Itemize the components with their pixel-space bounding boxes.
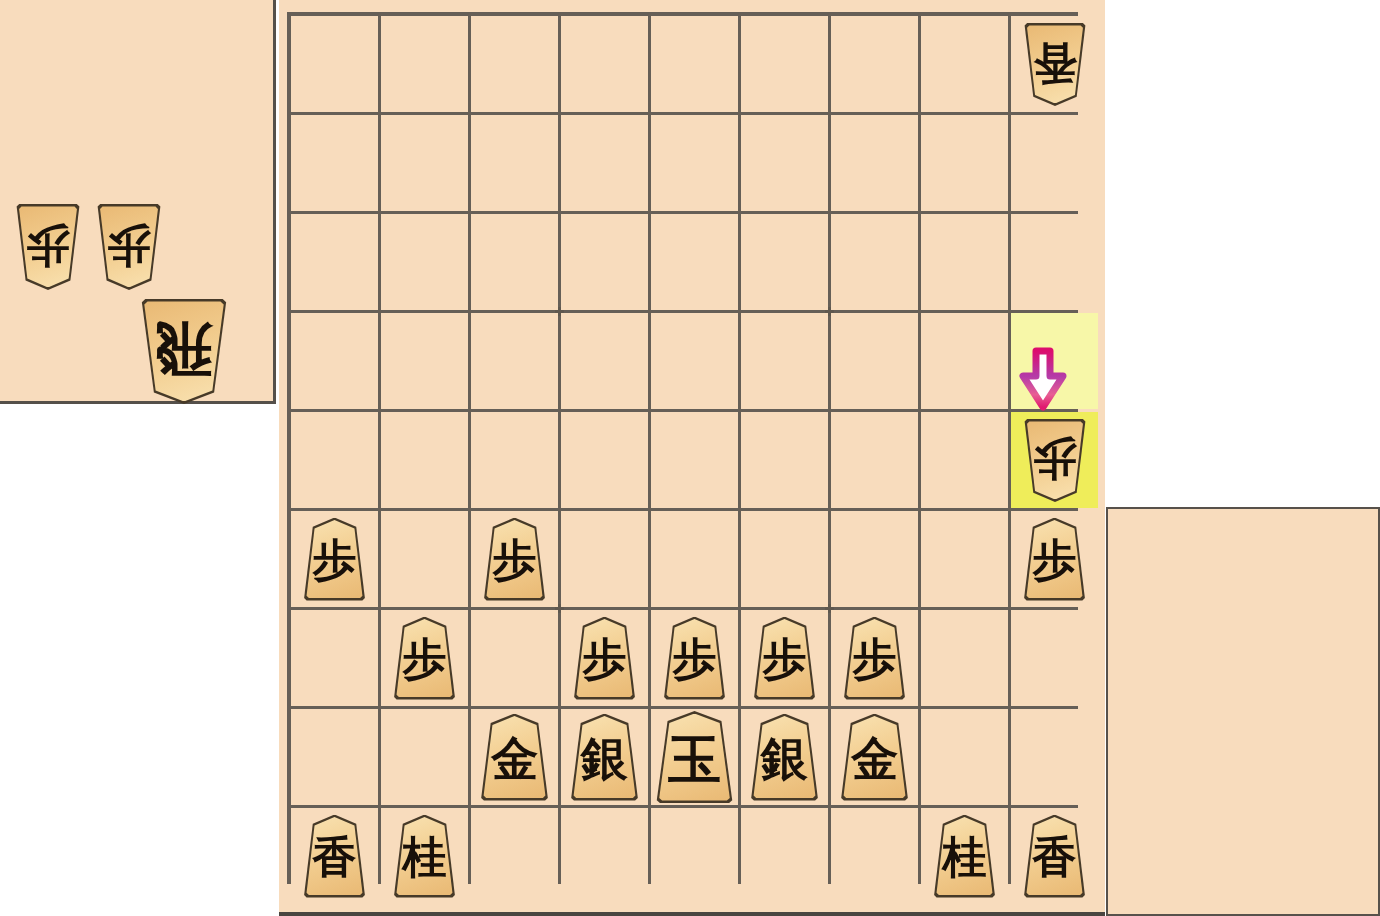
square-6g[interactable]: 歩 (561, 610, 648, 706)
hand-piece-pawn-gote[interactable]: 歩 (16, 204, 80, 290)
piece-face: 歩 (666, 619, 723, 697)
square-2d[interactable] (921, 313, 1008, 409)
piece-face: 歩 (846, 619, 903, 697)
piece-face: 玉 (659, 714, 731, 801)
square-3h[interactable]: 金 (831, 709, 918, 805)
piece-kanji: 歩 (26, 223, 70, 267)
square-1h[interactable] (1011, 709, 1098, 805)
piece-kanji: 玉 (668, 733, 721, 786)
piece-kanji: 香 (313, 836, 357, 880)
square-2c[interactable] (921, 214, 1008, 310)
square-4c[interactable] (741, 214, 828, 310)
piece-kanji: 歩 (107, 223, 151, 267)
square-6d[interactable] (561, 313, 648, 409)
piece-kanji: 歩 (853, 638, 897, 682)
piece-face: 歩 (486, 520, 543, 598)
square-7g[interactable] (471, 610, 558, 706)
square-4h[interactable]: 銀 (741, 709, 828, 805)
square-6e[interactable] (561, 412, 648, 508)
piece-kanji: 歩 (1033, 539, 1077, 583)
square-1i[interactable]: 香 (1011, 808, 1098, 904)
piece-face: 香 (1026, 25, 1083, 103)
square-9f[interactable]: 歩 (291, 511, 378, 607)
square-3a[interactable] (831, 16, 918, 112)
square-8h[interactable] (381, 709, 468, 805)
square-5c[interactable] (651, 214, 738, 310)
hand-piece-rook-gote[interactable]: 飛 (141, 299, 227, 404)
piece-kanji: 飛 (155, 320, 213, 378)
piece-face: 桂 (936, 817, 993, 895)
piece-kanji: 歩 (673, 638, 717, 682)
square-7f[interactable]: 歩 (471, 511, 558, 607)
square-9i[interactable]: 香 (291, 808, 378, 904)
piece-kanji: 歩 (403, 638, 447, 682)
square-8i[interactable]: 桂 (381, 808, 468, 904)
square-6c[interactable] (561, 214, 648, 310)
square-6a[interactable] (561, 16, 648, 112)
piece-kanji: 香 (1033, 40, 1077, 84)
piece-face: 金 (843, 716, 906, 798)
piece-kanji: 歩 (583, 638, 627, 682)
piece-face: 歩 (576, 619, 633, 697)
piece-face: 歩 (1026, 421, 1083, 499)
square-6f[interactable] (561, 511, 648, 607)
piece-gold-sente[interactable]: 金 (841, 714, 909, 801)
piece-face: 歩 (756, 619, 813, 697)
piece-face: 香 (1026, 817, 1083, 895)
square-7c[interactable] (471, 214, 558, 310)
square-1c[interactable] (1011, 214, 1098, 310)
piece-face: 金 (483, 716, 546, 798)
board-grid: 香歩歩歩歩歩歩歩歩歩金銀玉銀金香桂桂香 (287, 12, 1078, 884)
square-1e[interactable]: 歩 (1011, 412, 1098, 508)
square-2e[interactable] (921, 412, 1008, 508)
square-4f[interactable] (741, 511, 828, 607)
piece-kanji: 歩 (313, 539, 357, 583)
piece-kanji: 金 (491, 736, 538, 783)
piece-kanji: 歩 (1033, 436, 1077, 480)
square-2f[interactable] (921, 511, 1008, 607)
piece-kanji: 香 (1033, 836, 1077, 880)
piece-kanji: 桂 (943, 836, 987, 880)
square-8d[interactable] (381, 313, 468, 409)
piece-kanji: 歩 (763, 638, 807, 682)
piece-knight-sente[interactable]: 桂 (394, 815, 456, 898)
square-1d[interactable] (1011, 313, 1098, 409)
piece-face: 歩 (100, 207, 159, 288)
square-8c[interactable] (381, 214, 468, 310)
square-8b[interactable] (381, 115, 468, 211)
square-9g[interactable] (291, 610, 378, 706)
square-9d[interactable] (291, 313, 378, 409)
piece-gold-sente[interactable]: 金 (481, 714, 549, 801)
square-9c[interactable] (291, 214, 378, 310)
square-9b[interactable] (291, 115, 378, 211)
piece-king-sente[interactable]: 玉 (656, 711, 733, 803)
square-4g[interactable]: 歩 (741, 610, 828, 706)
square-2b[interactable] (921, 115, 1008, 211)
square-3g[interactable]: 歩 (831, 610, 918, 706)
shogi-board: 香歩歩歩歩歩歩歩歩歩金銀玉銀金香桂桂香 (279, 0, 1105, 916)
square-3i[interactable] (831, 808, 918, 904)
piece-face: 飛 (144, 302, 225, 402)
square-6i[interactable] (561, 808, 648, 904)
square-7e[interactable] (471, 412, 558, 508)
square-5h[interactable]: 玉 (651, 709, 738, 805)
piece-lance-gote[interactable]: 香 (1024, 23, 1086, 106)
square-4i[interactable] (741, 808, 828, 904)
square-3d[interactable] (831, 313, 918, 409)
square-1g[interactable] (1011, 610, 1098, 706)
piece-face: 歩 (306, 520, 363, 598)
piece-pawn-sente[interactable]: 歩 (844, 617, 906, 700)
square-9e[interactable] (291, 412, 378, 508)
sente-hand-tray (1106, 507, 1380, 916)
square-6b[interactable] (561, 115, 648, 211)
square-4b[interactable] (741, 115, 828, 211)
piece-pawn-gote[interactable]: 歩 (1024, 419, 1086, 502)
square-5e[interactable] (651, 412, 738, 508)
square-3f[interactable] (831, 511, 918, 607)
square-4e[interactable] (741, 412, 828, 508)
piece-face: 銀 (753, 716, 816, 798)
piece-pawn-sente[interactable]: 歩 (664, 617, 726, 700)
piece-face: 歩 (1026, 520, 1083, 598)
square-6h[interactable]: 銀 (561, 709, 648, 805)
square-8a[interactable] (381, 16, 468, 112)
square-5g[interactable]: 歩 (651, 610, 738, 706)
square-7i[interactable] (471, 808, 558, 904)
square-9h[interactable] (291, 709, 378, 805)
square-3b[interactable] (831, 115, 918, 211)
square-1a[interactable]: 香 (1011, 16, 1098, 112)
piece-kanji: 銀 (761, 736, 808, 783)
piece-silver-sente[interactable]: 銀 (751, 714, 819, 801)
piece-pawn-sente[interactable]: 歩 (304, 518, 366, 601)
square-8g[interactable]: 歩 (381, 610, 468, 706)
square-9a[interactable] (291, 16, 378, 112)
piece-pawn-sente[interactable]: 歩 (1024, 518, 1086, 601)
piece-face: 桂 (396, 817, 453, 895)
piece-pawn-sente[interactable]: 歩 (574, 617, 636, 700)
piece-lance-sente[interactable]: 香 (304, 815, 366, 898)
square-4a[interactable] (741, 16, 828, 112)
square-1f[interactable]: 歩 (1011, 511, 1098, 607)
gote-hand-tray: 歩歩飛 (0, 0, 276, 404)
square-2h[interactable] (921, 709, 1008, 805)
piece-pawn-sente[interactable]: 歩 (394, 617, 456, 700)
piece-pawn-sente[interactable]: 歩 (754, 617, 816, 700)
square-5b[interactable] (651, 115, 738, 211)
square-1b[interactable] (1011, 115, 1098, 211)
square-7h[interactable]: 金 (471, 709, 558, 805)
square-2i[interactable]: 桂 (921, 808, 1008, 904)
piece-kanji: 歩 (493, 539, 537, 583)
piece-face: 歩 (396, 619, 453, 697)
square-5f[interactable] (651, 511, 738, 607)
square-5a[interactable] (651, 16, 738, 112)
piece-face: 香 (306, 817, 363, 895)
square-2g[interactable] (921, 610, 1008, 706)
square-4d[interactable] (741, 313, 828, 409)
square-5d[interactable] (651, 313, 738, 409)
square-7b[interactable] (471, 115, 558, 211)
piece-pawn-sente[interactable]: 歩 (484, 518, 546, 601)
square-8e[interactable] (381, 412, 468, 508)
hand-piece-pawn-gote[interactable]: 歩 (97, 204, 161, 290)
square-2a[interactable] (921, 16, 1008, 112)
piece-kanji: 桂 (403, 836, 447, 880)
piece-kanji: 銀 (581, 736, 628, 783)
square-7a[interactable] (471, 16, 558, 112)
piece-kanji: 金 (851, 736, 898, 783)
square-5i[interactable] (651, 808, 738, 904)
square-7d[interactable] (471, 313, 558, 409)
piece-face: 歩 (19, 207, 78, 288)
piece-silver-sente[interactable]: 銀 (571, 714, 639, 801)
square-3e[interactable] (831, 412, 918, 508)
square-8f[interactable] (381, 511, 468, 607)
piece-knight-sente[interactable]: 桂 (934, 815, 996, 898)
piece-lance-sente[interactable]: 香 (1024, 815, 1086, 898)
piece-face: 銀 (573, 716, 636, 798)
square-3c[interactable] (831, 214, 918, 310)
